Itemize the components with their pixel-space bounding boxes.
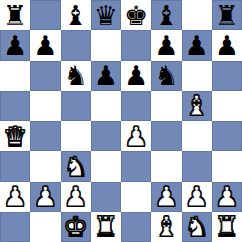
square-b3[interactable] [30,151,60,181]
square-d5[interactable] [91,91,121,121]
square-a7[interactable]: ♟ [0,30,30,60]
square-a6[interactable] [0,61,30,91]
square-b2[interactable]: ♟ [30,182,60,212]
square-g4[interactable] [182,121,212,151]
square-g7[interactable]: ♟ [182,30,212,60]
black-pawn-e6[interactable]: ♟ [124,62,148,89]
black-rook-h8[interactable]: ♜ [215,2,239,29]
square-c6[interactable]: ♞ [61,61,91,91]
square-a8[interactable]: ♜ [0,0,30,30]
square-b6[interactable] [30,61,60,91]
square-h6[interactable] [212,61,242,91]
white-pawn-c2[interactable]: ♟ [64,183,88,210]
black-knight-f6[interactable]: ♞ [154,62,178,89]
square-c2[interactable]: ♟ [61,182,91,212]
square-d8[interactable]: ♛ [91,0,121,30]
square-b5[interactable] [30,91,60,121]
square-g5[interactable]: ♝ [182,91,212,121]
square-d6[interactable]: ♟ [91,61,121,91]
square-h3[interactable] [212,151,242,181]
square-f1[interactable]: ♝ [151,212,181,242]
square-b4[interactable] [30,121,60,151]
square-f2[interactable]: ♟ [151,182,181,212]
square-e8[interactable]: ♚ [121,0,151,30]
square-h8[interactable]: ♜ [212,0,242,30]
square-g2[interactable]: ♟ [182,182,212,212]
white-bishop-f1[interactable]: ♝ [154,213,178,240]
black-pawn-f7[interactable]: ♟ [154,32,178,59]
black-pawn-h7[interactable]: ♟ [215,32,239,59]
square-d1[interactable]: ♜ [91,212,121,242]
white-pawn-h2[interactable]: ♟ [215,183,239,210]
white-queen-a4[interactable]: ♛ [3,123,27,150]
square-b1[interactable] [30,212,60,242]
square-c4[interactable] [61,121,91,151]
black-bishop-f8[interactable]: ♝ [154,2,178,29]
square-f8[interactable]: ♝ [151,0,181,30]
black-queen-d8[interactable]: ♛ [94,2,118,29]
square-g6[interactable] [182,61,212,91]
square-h1[interactable]: ♜ [212,212,242,242]
square-d4[interactable] [91,121,121,151]
square-c1[interactable]: ♚ [61,212,91,242]
square-a1[interactable] [0,212,30,242]
square-f3[interactable] [151,151,181,181]
black-pawn-g7[interactable]: ♟ [185,32,209,59]
white-pawn-g2[interactable]: ♟ [185,183,209,210]
white-king-c1[interactable]: ♚ [64,213,88,240]
white-pawn-e4[interactable]: ♟ [124,123,148,150]
square-f6[interactable]: ♞ [151,61,181,91]
black-rook-a8[interactable]: ♜ [3,2,27,29]
black-knight-c6[interactable]: ♞ [64,62,88,89]
square-b8[interactable] [30,0,60,30]
square-f7[interactable]: ♟ [151,30,181,60]
black-king-e8[interactable]: ♚ [124,2,148,29]
square-f4[interactable] [151,121,181,151]
square-h7[interactable]: ♟ [212,30,242,60]
square-g8[interactable] [182,0,212,30]
square-c5[interactable] [61,91,91,121]
square-e6[interactable]: ♟ [121,61,151,91]
white-knight-c3[interactable]: ♞ [64,153,88,180]
square-g3[interactable] [182,151,212,181]
white-knight-g1[interactable]: ♞ [185,213,209,240]
square-h5[interactable] [212,91,242,121]
chess-board: ♜♝♛♚♝♜♟♟♟♟♟♞♟♟♞♝♛♟♞♟♟♟♟♟♟♚♜♝♞♜ [0,0,242,242]
square-a5[interactable] [0,91,30,121]
black-bishop-c8[interactable]: ♝ [64,2,88,29]
square-d7[interactable] [91,30,121,60]
square-c8[interactable]: ♝ [61,0,91,30]
square-h2[interactable]: ♟ [212,182,242,212]
square-e7[interactable] [121,30,151,60]
square-c3[interactable]: ♞ [61,151,91,181]
square-e5[interactable] [121,91,151,121]
square-e2[interactable] [121,182,151,212]
white-rook-d1[interactable]: ♜ [94,213,118,240]
square-c7[interactable] [61,30,91,60]
black-pawn-d6[interactable]: ♟ [94,62,118,89]
square-e1[interactable] [121,212,151,242]
square-a2[interactable]: ♟ [0,182,30,212]
square-a4[interactable]: ♛ [0,121,30,151]
square-g1[interactable]: ♞ [182,212,212,242]
white-pawn-f2[interactable]: ♟ [154,183,178,210]
square-d3[interactable] [91,151,121,181]
square-e4[interactable]: ♟ [121,121,151,151]
square-h4[interactable] [212,121,242,151]
white-pawn-a2[interactable]: ♟ [3,183,27,210]
white-pawn-b2[interactable]: ♟ [33,183,57,210]
white-rook-h1[interactable]: ♜ [215,213,239,240]
black-pawn-a7[interactable]: ♟ [3,32,27,59]
square-d2[interactable] [91,182,121,212]
square-a3[interactable] [0,151,30,181]
square-f5[interactable] [151,91,181,121]
square-b7[interactable]: ♟ [30,30,60,60]
black-pawn-b7[interactable]: ♟ [33,32,57,59]
white-bishop-g5[interactable]: ♝ [185,92,209,119]
square-e3[interactable] [121,151,151,181]
